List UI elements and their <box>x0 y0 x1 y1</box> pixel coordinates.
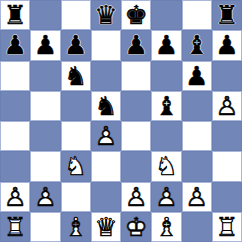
white-rook-glyph: ♜ <box>212 212 242 242</box>
black-pawn-glyph: ♟ <box>0 30 30 60</box>
square-e7[interactable]: ♟ <box>121 30 151 60</box>
square-d8[interactable]: ♛ <box>91 0 121 30</box>
black-bishop-glyph: ♝ <box>182 30 212 60</box>
white-bishop-glyph: ♝ <box>61 212 91 242</box>
square-e4[interactable] <box>121 121 151 151</box>
square-h5[interactable]: ♟♙ <box>212 91 242 121</box>
black-pawn[interactable]: ♟ <box>0 30 30 60</box>
white-rook-outline-glyph: ♖ <box>212 212 242 242</box>
square-b2[interactable]: ♟♙ <box>30 182 60 212</box>
white-pawn-outline-glyph: ♙ <box>30 182 60 212</box>
square-c8[interactable] <box>61 0 91 30</box>
square-b3[interactable] <box>30 151 60 181</box>
square-d3[interactable] <box>91 151 121 181</box>
black-pawn[interactable]: ♟ <box>182 61 212 91</box>
black-pawn-glyph: ♟ <box>182 61 212 91</box>
square-a3[interactable] <box>0 151 30 181</box>
white-pawn[interactable]: ♟♙ <box>0 182 30 212</box>
black-bishop-glyph: ♝ <box>151 91 181 121</box>
square-f3[interactable]: ♞♘ <box>151 151 181 181</box>
white-rook[interactable]: ♜♖ <box>212 212 242 242</box>
white-pawn-glyph: ♟ <box>91 121 121 151</box>
square-d6[interactable] <box>91 61 121 91</box>
square-c2[interactable] <box>61 182 91 212</box>
square-h7[interactable]: ♟ <box>212 30 242 60</box>
white-bishop[interactable]: ♝♗ <box>61 212 91 242</box>
square-g2[interactable]: ♟♙ <box>182 182 212 212</box>
white-knight-outline-glyph: ♘ <box>151 151 181 181</box>
white-pawn-glyph: ♟ <box>121 182 151 212</box>
white-knight[interactable]: ♞♘ <box>151 151 181 181</box>
chess-board-container: ♜♛♚♜♟♟♟♟♟♝♟♞♟♞♝♟♙♟♙♞♘♞♘♟♙♟♙♟♙♟♙♟♙♜♖♝♗♛♕♚… <box>0 0 242 242</box>
square-f5[interactable]: ♝ <box>151 91 181 121</box>
white-king-outline-glyph: ♔ <box>121 212 151 242</box>
square-e1[interactable]: ♚♔ <box>121 212 151 242</box>
black-queen[interactable]: ♛ <box>91 0 121 30</box>
square-b6[interactable] <box>30 61 60 91</box>
black-king-glyph: ♚ <box>121 0 151 30</box>
square-b7[interactable]: ♟ <box>30 30 60 60</box>
black-knight-glyph: ♞ <box>91 91 121 121</box>
square-e8[interactable]: ♚ <box>121 0 151 30</box>
black-knight[interactable]: ♞ <box>91 91 121 121</box>
square-a7[interactable]: ♟ <box>0 30 30 60</box>
black-pawn[interactable]: ♟ <box>151 30 181 60</box>
black-knight[interactable]: ♞ <box>61 61 91 91</box>
white-knight[interactable]: ♞♘ <box>61 151 91 181</box>
white-knight-outline-glyph: ♘ <box>61 151 91 181</box>
black-pawn-glyph: ♟ <box>61 30 91 60</box>
white-pawn[interactable]: ♟♙ <box>151 182 181 212</box>
white-pawn-outline-glyph: ♙ <box>151 182 181 212</box>
square-d2[interactable] <box>91 182 121 212</box>
black-queen-glyph: ♛ <box>91 0 121 30</box>
square-a1[interactable]: ♜♖ <box>0 212 30 242</box>
white-rook[interactable]: ♜♖ <box>0 212 30 242</box>
square-h1[interactable]: ♜♖ <box>212 212 242 242</box>
chess-board: ♜♛♚♜♟♟♟♟♟♝♟♞♟♞♝♟♙♟♙♞♘♞♘♟♙♟♙♟♙♟♙♟♙♜♖♝♗♛♕♚… <box>0 0 242 242</box>
square-g1[interactable] <box>182 212 212 242</box>
square-c6[interactable]: ♞ <box>61 61 91 91</box>
square-f8[interactable] <box>151 0 181 30</box>
white-pawn-glyph: ♟ <box>182 182 212 212</box>
white-bishop-glyph: ♝ <box>151 212 181 242</box>
square-f4[interactable] <box>151 121 181 151</box>
square-h3[interactable] <box>212 151 242 181</box>
white-rook-glyph: ♜ <box>0 212 30 242</box>
black-pawn-glyph: ♟ <box>121 30 151 60</box>
white-pawn-outline-glyph: ♙ <box>212 91 242 121</box>
square-f1[interactable]: ♝♗ <box>151 212 181 242</box>
black-pawn[interactable]: ♟ <box>121 30 151 60</box>
square-c4[interactable] <box>61 121 91 151</box>
white-pawn-glyph: ♟ <box>212 91 242 121</box>
black-pawn[interactable]: ♟ <box>212 30 242 60</box>
square-g5[interactable] <box>182 91 212 121</box>
white-pawn-outline-glyph: ♙ <box>121 182 151 212</box>
black-pawn[interactable]: ♟ <box>61 30 91 60</box>
square-d4[interactable]: ♟♙ <box>91 121 121 151</box>
white-bishop-outline-glyph: ♗ <box>151 212 181 242</box>
white-queen-outline-glyph: ♕ <box>91 212 121 242</box>
square-d7[interactable] <box>91 30 121 60</box>
square-d1[interactable]: ♛♕ <box>91 212 121 242</box>
black-rook[interactable]: ♜ <box>212 0 242 30</box>
square-d5[interactable]: ♞ <box>91 91 121 121</box>
white-pawn-glyph: ♟ <box>30 182 60 212</box>
black-bishop[interactable]: ♝ <box>182 30 212 60</box>
square-b5[interactable] <box>30 91 60 121</box>
square-e3[interactable] <box>121 151 151 181</box>
white-pawn-outline-glyph: ♙ <box>0 182 30 212</box>
black-rook-glyph: ♜ <box>0 0 30 30</box>
square-g4[interactable] <box>182 121 212 151</box>
square-e2[interactable]: ♟♙ <box>121 182 151 212</box>
white-pawn[interactable]: ♟♙ <box>91 121 121 151</box>
square-h4[interactable] <box>212 121 242 151</box>
square-h2[interactable] <box>212 182 242 212</box>
black-pawn[interactable]: ♟ <box>30 30 60 60</box>
square-f7[interactable]: ♟ <box>151 30 181 60</box>
white-pawn-glyph: ♟ <box>151 182 181 212</box>
square-f6[interactable] <box>151 61 181 91</box>
square-e6[interactable] <box>121 61 151 91</box>
white-rook-outline-glyph: ♖ <box>0 212 30 242</box>
square-e5[interactable] <box>121 91 151 121</box>
white-pawn[interactable]: ♟♙ <box>182 182 212 212</box>
square-c7[interactable]: ♟ <box>61 30 91 60</box>
square-c3[interactable]: ♞♘ <box>61 151 91 181</box>
square-g7[interactable]: ♝ <box>182 30 212 60</box>
square-h6[interactable] <box>212 61 242 91</box>
square-g3[interactable] <box>182 151 212 181</box>
white-bishop-outline-glyph: ♗ <box>61 212 91 242</box>
white-pawn[interactable]: ♟♙ <box>30 182 60 212</box>
white-queen-glyph: ♛ <box>91 212 121 242</box>
square-g6[interactable]: ♟ <box>182 61 212 91</box>
white-pawn[interactable]: ♟♙ <box>121 182 151 212</box>
black-pawn-glyph: ♟ <box>151 30 181 60</box>
white-king[interactable]: ♚♔ <box>121 212 151 242</box>
white-pawn-glyph: ♟ <box>0 182 30 212</box>
square-a8[interactable]: ♜ <box>0 0 30 30</box>
black-knight-glyph: ♞ <box>61 61 91 91</box>
white-queen[interactable]: ♛♕ <box>91 212 121 242</box>
square-b1[interactable] <box>30 212 60 242</box>
black-pawn-glyph: ♟ <box>212 30 242 60</box>
square-g8[interactable] <box>182 0 212 30</box>
black-king[interactable]: ♚ <box>121 0 151 30</box>
black-rook-glyph: ♜ <box>212 0 242 30</box>
square-f2[interactable]: ♟♙ <box>151 182 181 212</box>
black-rook[interactable]: ♜ <box>0 0 30 30</box>
square-h8[interactable]: ♜ <box>212 0 242 30</box>
black-pawn-glyph: ♟ <box>30 30 60 60</box>
white-knight-glyph: ♞ <box>61 151 91 181</box>
square-a2[interactable]: ♟♙ <box>0 182 30 212</box>
white-king-glyph: ♚ <box>121 212 151 242</box>
white-bishop[interactable]: ♝♗ <box>151 212 181 242</box>
square-b8[interactable] <box>30 0 60 30</box>
white-pawn-outline-glyph: ♙ <box>182 182 212 212</box>
square-a5[interactable] <box>0 91 30 121</box>
white-knight-glyph: ♞ <box>151 151 181 181</box>
black-bishop[interactable]: ♝ <box>151 91 181 121</box>
square-c5[interactable] <box>61 91 91 121</box>
white-pawn-outline-glyph: ♙ <box>91 121 121 151</box>
white-pawn[interactable]: ♟♙ <box>212 91 242 121</box>
square-c1[interactable]: ♝♗ <box>61 212 91 242</box>
square-b4[interactable] <box>30 121 60 151</box>
square-a4[interactable] <box>0 121 30 151</box>
square-a6[interactable] <box>0 61 30 91</box>
